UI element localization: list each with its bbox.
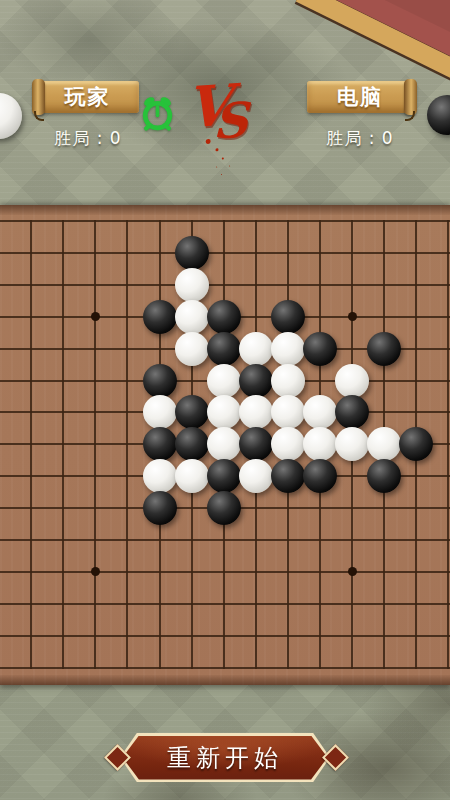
- stone-black: [367, 459, 401, 493]
- stone-white: [175, 459, 209, 493]
- stone-black: [175, 236, 209, 270]
- stone-black: [143, 300, 177, 334]
- stone-black: [271, 300, 305, 334]
- computer-name-banner: 电脑: [307, 81, 413, 113]
- stone-white: [207, 395, 241, 429]
- computer-name: 电脑: [337, 83, 383, 111]
- decorative-black-stone: [427, 95, 450, 135]
- stone-black: [239, 427, 273, 461]
- stone-white: [303, 427, 337, 461]
- paint-drips: [206, 139, 211, 144]
- grid-line-horizontal: [0, 667, 450, 669]
- timer-icon: [139, 95, 176, 132]
- stone-black: [239, 364, 273, 398]
- stone-white: [175, 300, 209, 334]
- scroll-curl-icon: [34, 111, 44, 121]
- stone-white: [239, 332, 273, 366]
- stone-black: [207, 491, 241, 525]
- scroll-curl-icon: [405, 111, 415, 121]
- game-screen: 玩家 胜局 : 0 V S 电脑 胜局 : 0 重新开始: [0, 0, 450, 800]
- restart-button-face: 重新开始: [123, 736, 328, 780]
- stone-white: [175, 332, 209, 366]
- stone-black: [207, 300, 241, 334]
- stone-white: [335, 427, 369, 461]
- stone-white: [207, 364, 241, 398]
- stone-black: [271, 459, 305, 493]
- stone-black: [399, 427, 433, 461]
- board[interactable]: [0, 205, 450, 685]
- stone-white: [207, 427, 241, 461]
- stone-white: [303, 395, 337, 429]
- stone-white: [367, 427, 401, 461]
- vs-graphic: V S: [185, 69, 256, 169]
- stone-white: [271, 364, 305, 398]
- player-score: 胜局 : 0: [33, 127, 143, 150]
- star-point: [348, 567, 357, 576]
- stone-black: [207, 332, 241, 366]
- restart-label: 重新开始: [167, 742, 283, 774]
- stone-black: [143, 491, 177, 525]
- stone-black: [303, 332, 337, 366]
- stone-black: [303, 459, 337, 493]
- star-point: [91, 312, 100, 321]
- stone-white: [143, 459, 177, 493]
- star-point: [91, 567, 100, 576]
- board-edge: [0, 675, 450, 685]
- stone-black: [175, 427, 209, 461]
- stone-black: [367, 332, 401, 366]
- grid-line-vertical: [447, 220, 449, 669]
- scroll-roll-icon: [32, 79, 45, 115]
- player-name-banner: 玩家: [36, 81, 139, 113]
- stone-black: [143, 427, 177, 461]
- stone-black: [335, 395, 369, 429]
- grid-line-horizontal: [0, 635, 450, 637]
- stone-white: [239, 459, 273, 493]
- stone-white: [271, 332, 305, 366]
- player-name: 玩家: [65, 83, 111, 111]
- decorative-white-stone: [0, 93, 22, 139]
- stone-black: [175, 395, 209, 429]
- stone-white: [271, 395, 305, 429]
- stone-white: [335, 364, 369, 398]
- board-edge: [0, 205, 450, 215]
- stone-white: [271, 427, 305, 461]
- computer-score: 胜局 : 0: [305, 127, 415, 150]
- diamond-ornament-icon: [322, 744, 349, 771]
- stone-white: [175, 268, 209, 302]
- restart-button[interactable]: 重新开始: [120, 733, 330, 782]
- stone-white: [143, 395, 177, 429]
- stone-black: [143, 364, 177, 398]
- star-point: [348, 312, 357, 321]
- stone-black: [207, 459, 241, 493]
- scroll-roll-icon: [404, 79, 417, 115]
- vs-letter-s: S: [213, 91, 249, 150]
- stone-white: [239, 395, 273, 429]
